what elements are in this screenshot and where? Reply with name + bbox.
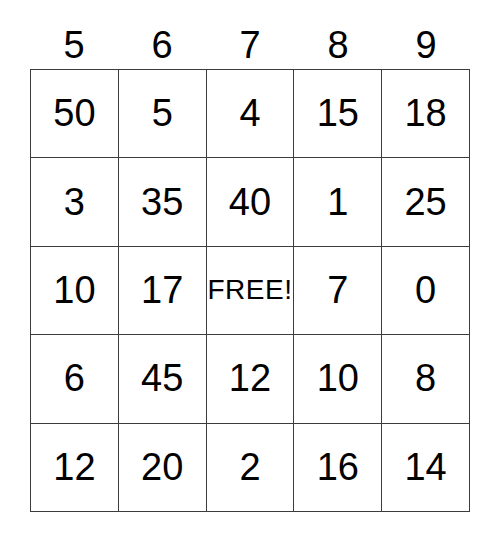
bingo-cell: 10 [294,335,381,422]
bingo-cell: 45 [119,335,206,422]
bingo-cell: 4 [207,70,294,157]
bingo-card: 56789 50541518335401251017FREE!706451210… [30,0,470,512]
column-header-label: 7 [206,26,294,69]
bingo-cell: 5 [119,70,206,157]
column-header-label: 8 [294,26,382,69]
bingo-cell: 15 [294,70,381,157]
bingo-cell: 6 [31,335,118,422]
bingo-cell: 12 [207,335,294,422]
bingo-cell: 18 [382,70,469,157]
column-header-label: 6 [118,26,206,69]
bingo-cell: 10 [31,247,118,334]
bingo-cell: 14 [382,424,469,511]
bingo-grid: 50541518335401251017FREE!706451210812202… [30,69,470,512]
bingo-cell: 35 [119,158,206,245]
bingo-cell: 16 [294,424,381,511]
bingo-cell: 25 [382,158,469,245]
bingo-cell: 8 [382,335,469,422]
bingo-cell: 7 [294,247,381,334]
bingo-cell: 1 [294,158,381,245]
column-header-row: 56789 [30,0,470,69]
column-header-label: 9 [382,26,470,69]
bingo-cell: 20 [119,424,206,511]
column-header-label: 5 [30,26,118,69]
bingo-card-page: 56789 50541518335401251017FREE!706451210… [0,0,500,544]
bingo-cell: 50 [31,70,118,157]
bingo-cell: 17 [119,247,206,334]
bingo-cell: 12 [31,424,118,511]
bingo-cell: 0 [382,247,469,334]
free-space: FREE! [207,247,294,334]
bingo-cell: 3 [31,158,118,245]
bingo-cell: 40 [207,158,294,245]
bingo-cell: 2 [207,424,294,511]
